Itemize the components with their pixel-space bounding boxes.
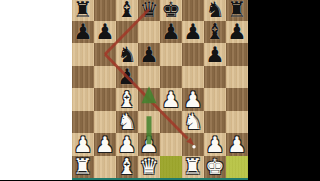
square-b3[interactable] (94, 111, 116, 134)
bottom-strip (72, 178, 248, 181)
piece-black-rook-a8[interactable]: ♜ (72, 0, 94, 21)
piece-black-pawn-g6[interactable]: ♟ (204, 43, 226, 66)
square-b5[interactable] (94, 66, 116, 89)
square-f8[interactable] (182, 0, 204, 21)
piece-white-pawn-e4[interactable]: ♟ (160, 88, 182, 111)
square-h3[interactable] (226, 111, 248, 134)
square-f5[interactable] (182, 66, 204, 89)
square-d7[interactable] (138, 21, 160, 44)
square-e1[interactable] (160, 156, 182, 179)
piece-white-king-g1[interactable]: ♚ (204, 156, 226, 179)
piece-white-rook-a1[interactable]: ♜ (72, 156, 94, 179)
piece-white-bishop-c4[interactable]: ♝ (116, 88, 138, 111)
piece-black-pawn-a7[interactable]: ♟ (72, 21, 94, 44)
square-e5[interactable] (160, 66, 182, 89)
piece-black-pawn-e7[interactable]: ♟ (160, 21, 182, 44)
left-margin (0, 0, 72, 180)
square-b4[interactable] (94, 88, 116, 111)
square-e2[interactable] (160, 133, 182, 156)
square-a6[interactable] (72, 43, 94, 66)
square-f2[interactable] (182, 133, 204, 156)
square-c7[interactable] (116, 21, 138, 44)
piece-black-bishop-g7[interactable]: ♝ (204, 21, 226, 44)
piece-white-pawn-h2[interactable]: ♟ (226, 133, 248, 156)
piece-black-knight-g8[interactable]: ♞ (204, 0, 226, 21)
square-h4[interactable] (226, 88, 248, 111)
piece-black-bishop-c8[interactable]: ♝ (116, 0, 138, 21)
screenshot-root: { "game": "chess", "position": "r1bqk1nr… (0, 0, 320, 180)
square-g4[interactable] (204, 88, 226, 111)
piece-black-knight-c6[interactable]: ♞ (116, 43, 138, 66)
square-d4[interactable] (138, 88, 160, 111)
piece-white-pawn-g2[interactable]: ♟ (204, 133, 226, 156)
square-e3[interactable] (160, 111, 182, 134)
square-a5[interactable] (72, 66, 94, 89)
piece-black-king-e8[interactable]: ♚ (160, 0, 182, 21)
square-d5[interactable] (138, 66, 160, 89)
square-b1[interactable] (94, 156, 116, 179)
piece-black-pawn-c5[interactable]: ♟ (116, 66, 138, 89)
square-a3[interactable] (72, 111, 94, 134)
piece-white-pawn-f4[interactable]: ♟ (182, 88, 204, 111)
piece-white-knight-c3[interactable]: ♞ (116, 111, 138, 134)
piece-white-knight-f3[interactable]: ♞ (182, 111, 204, 134)
piece-white-bishop-c1[interactable]: ♝ (116, 156, 138, 179)
square-e6[interactable] (160, 43, 182, 66)
square-a4[interactable] (72, 88, 94, 111)
piece-black-pawn-b7[interactable]: ♟ (94, 21, 116, 44)
piece-black-pawn-f7[interactable]: ♟ (182, 21, 204, 44)
piece-white-queen-d1[interactable]: ♛ (138, 156, 160, 179)
piece-white-pawn-a2[interactable]: ♟ (72, 133, 94, 156)
square-h1[interactable] (226, 156, 248, 179)
piece-black-rook-h8[interactable]: ♜ (226, 0, 248, 21)
square-h6[interactable] (226, 43, 248, 66)
piece-black-pawn-d6[interactable]: ♟ (138, 43, 160, 66)
piece-black-queen-d8[interactable]: ♛ (138, 0, 160, 21)
piece-white-pawn-d2[interactable]: ♟ (138, 133, 160, 156)
piece-white-pawn-c2[interactable]: ♟ (116, 133, 138, 156)
square-g3[interactable] (204, 111, 226, 134)
square-d3[interactable] (138, 111, 160, 134)
square-g5[interactable] (204, 66, 226, 89)
square-h5[interactable] (226, 66, 248, 89)
square-b8[interactable] (94, 0, 116, 21)
square-f6[interactable] (182, 43, 204, 66)
piece-white-rook-f1[interactable]: ♜ (182, 156, 204, 179)
piece-black-pawn-h7[interactable]: ♟ (226, 21, 248, 44)
square-b6[interactable] (94, 43, 116, 66)
piece-white-pawn-b2[interactable]: ♟ (94, 133, 116, 156)
chess-board[interactable]: ♜♝♛♚♞♜♟♟♟♟♝♟♞♟♟♟♝♟♟♞♞♟♟♟♟♟♟♜♝♛♜♚ (72, 0, 248, 180)
